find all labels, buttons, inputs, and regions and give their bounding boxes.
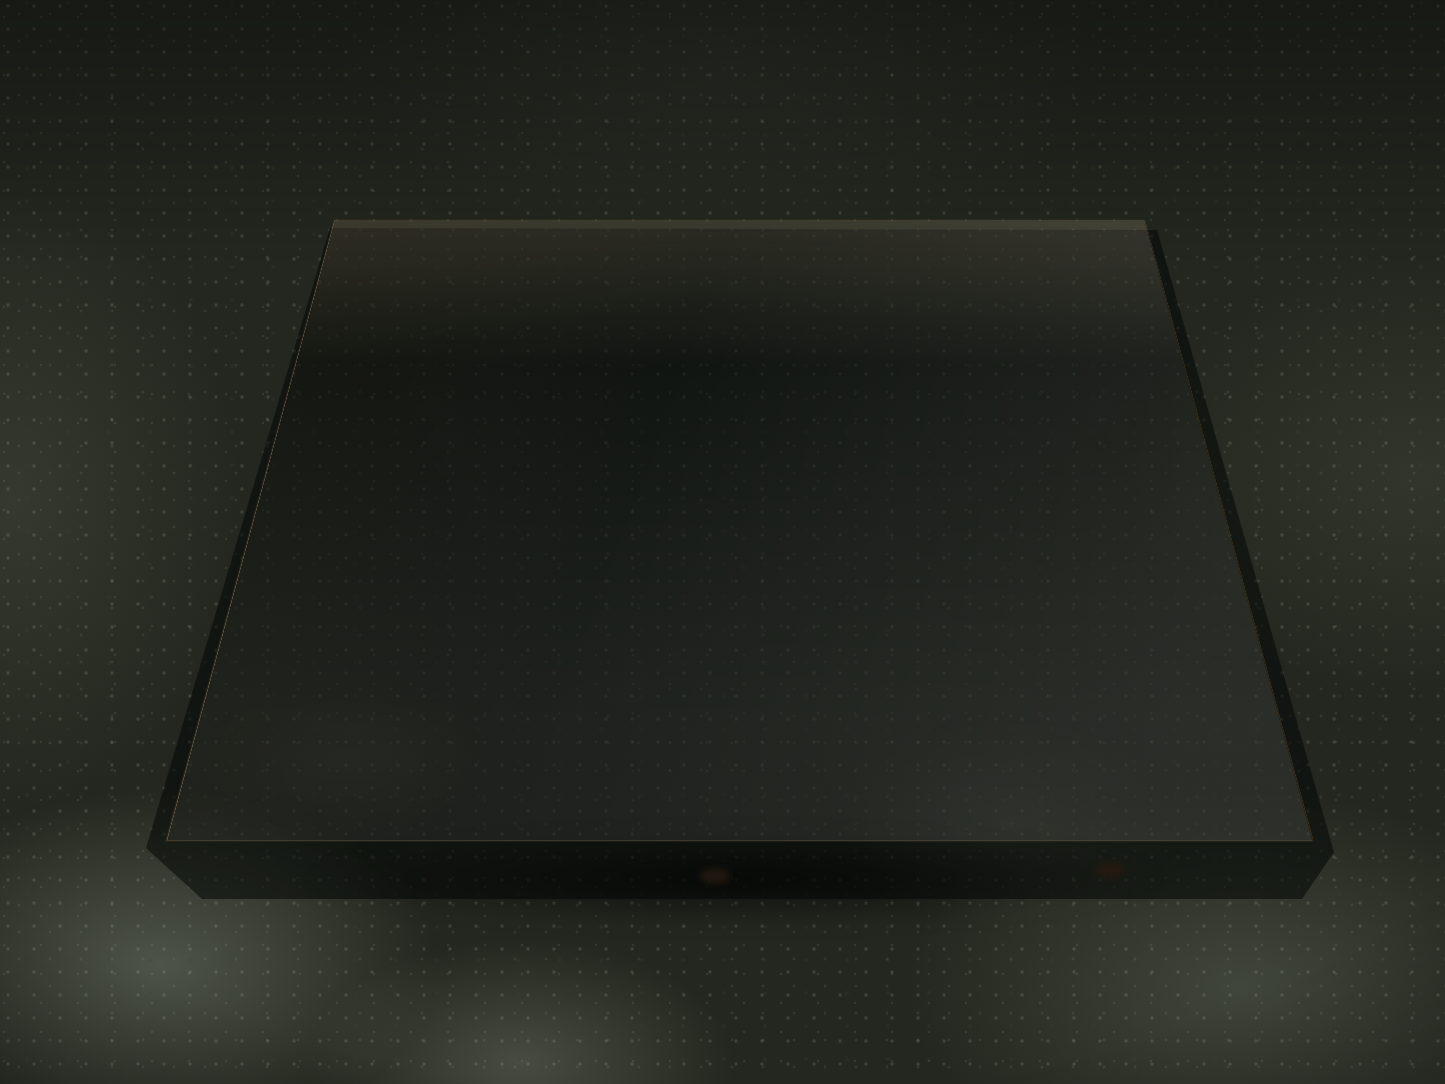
photo-scene xyxy=(0,0,1445,1084)
photo-vignette xyxy=(0,0,1445,1084)
